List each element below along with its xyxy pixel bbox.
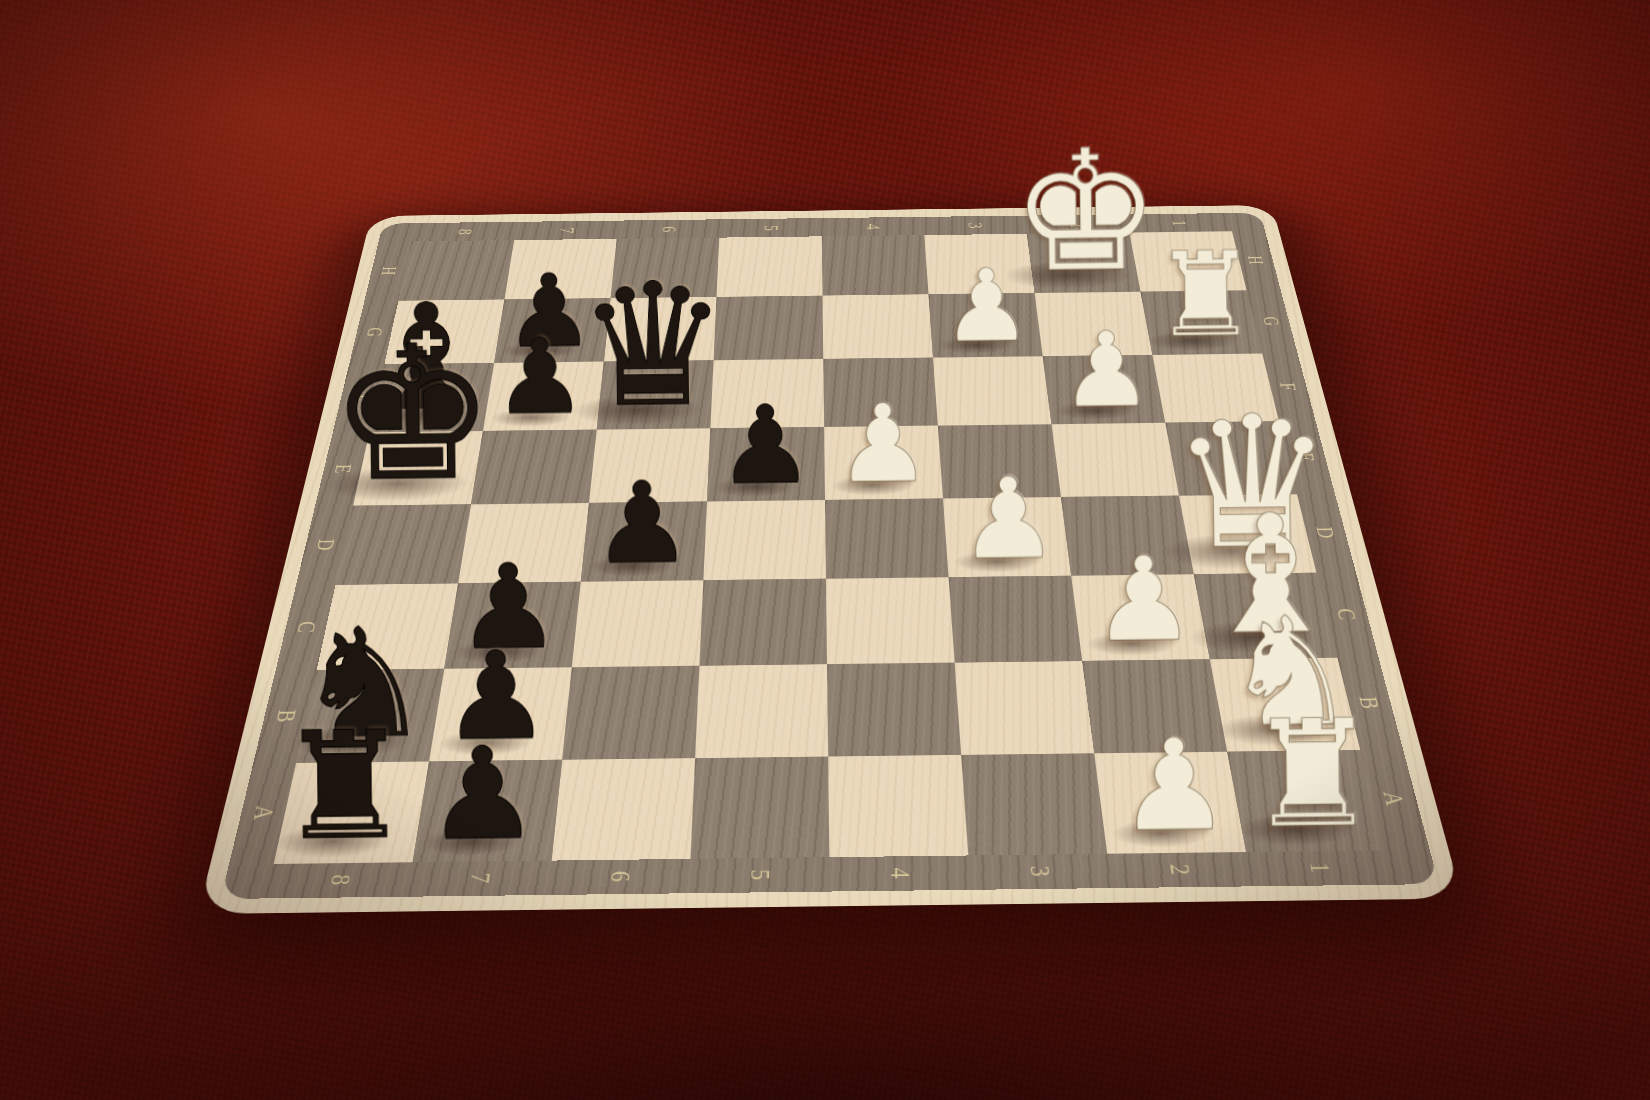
square-e4: ♟ [824, 426, 943, 500]
white-king-h2: ♚ [1010, 135, 1161, 287]
square-h2: ♚ [1027, 233, 1141, 293]
square-e2 [1052, 423, 1179, 497]
square-a2: ♟ [1094, 752, 1246, 854]
white-rook-g1: ♜ [1152, 242, 1258, 348]
square-f3 [933, 356, 1052, 425]
square-c3 [949, 576, 1083, 663]
photo-scene: { "game": "chess", "board": { "top_label… [0, 0, 1650, 1100]
square-a6 [552, 758, 696, 860]
black-queen-f6: ♛ [576, 269, 729, 423]
chess-board: 87654321 87654321 HGFEDCBA HGFEDCBA ♚♟♟♜… [198, 205, 1462, 914]
coord-label-top-3: 3 [956, 197, 994, 254]
square-f6: ♛ [597, 360, 714, 429]
square-d6: ♟ [581, 501, 707, 581]
coord-label-bottom-6: 6 [593, 824, 645, 931]
square-c6 [572, 580, 704, 667]
square-b5 [695, 664, 828, 758]
square-c4 [826, 577, 955, 664]
white-pawn-e4: ♟ [834, 394, 932, 492]
white-pawn-d3: ♟ [958, 467, 1059, 569]
white-pawn-a2: ♟ [1117, 728, 1232, 843]
square-e5: ♟ [707, 427, 825, 502]
black-pawn-f7: ♟ [493, 329, 587, 423]
black-pawn-e5: ♟ [717, 396, 815, 494]
board-frame: 87654321 87654321 HGFEDCBA HGFEDCBA ♚♟♟♜… [221, 213, 1439, 899]
chess-photo: 87654321 87654321 HGFEDCBA HGFEDCBA ♚♟♟♜… [299, 0, 1351, 1026]
black-king-e8: ♚ [328, 330, 496, 499]
square-a7: ♟ [413, 760, 562, 863]
square-b6 [562, 666, 699, 760]
square-b3 [955, 661, 1095, 755]
square-e8: ♚ [353, 431, 483, 506]
square-d5 [703, 500, 826, 580]
square-g5 [714, 296, 824, 361]
square-d4 [825, 499, 949, 579]
square-d3: ♟ [943, 497, 1071, 577]
coord-label-top-4: 4 [856, 199, 890, 256]
square-c5 [699, 579, 827, 666]
square-f2: ♟ [1043, 355, 1166, 424]
square-g4 [823, 294, 934, 359]
black-rook-a8: ♜ [277, 719, 411, 854]
square-g3: ♟ [929, 293, 1043, 358]
black-pawn-d6: ♟ [591, 472, 692, 574]
square-a1: ♜ [1227, 750, 1385, 852]
coord-label-top-5: 5 [754, 200, 787, 257]
white-pawn-c2: ♟ [1091, 546, 1197, 652]
black-pawn-a7: ♟ [425, 736, 540, 851]
white-rook-a1: ♜ [1245, 707, 1379, 842]
square-g1: ♜ [1141, 290, 1263, 355]
white-pawn-g3: ♟ [941, 260, 1032, 351]
board-grid: ♚♟♟♜♝♟♛♟♚♟♟♟♟♛♟♟♝♞♟♞♜♟♟♜ [274, 231, 1385, 864]
square-a8: ♜ [274, 761, 429, 864]
white-pawn-f2: ♟ [1060, 322, 1154, 416]
square-b4 [827, 662, 961, 756]
square-c2: ♟ [1071, 574, 1210, 661]
